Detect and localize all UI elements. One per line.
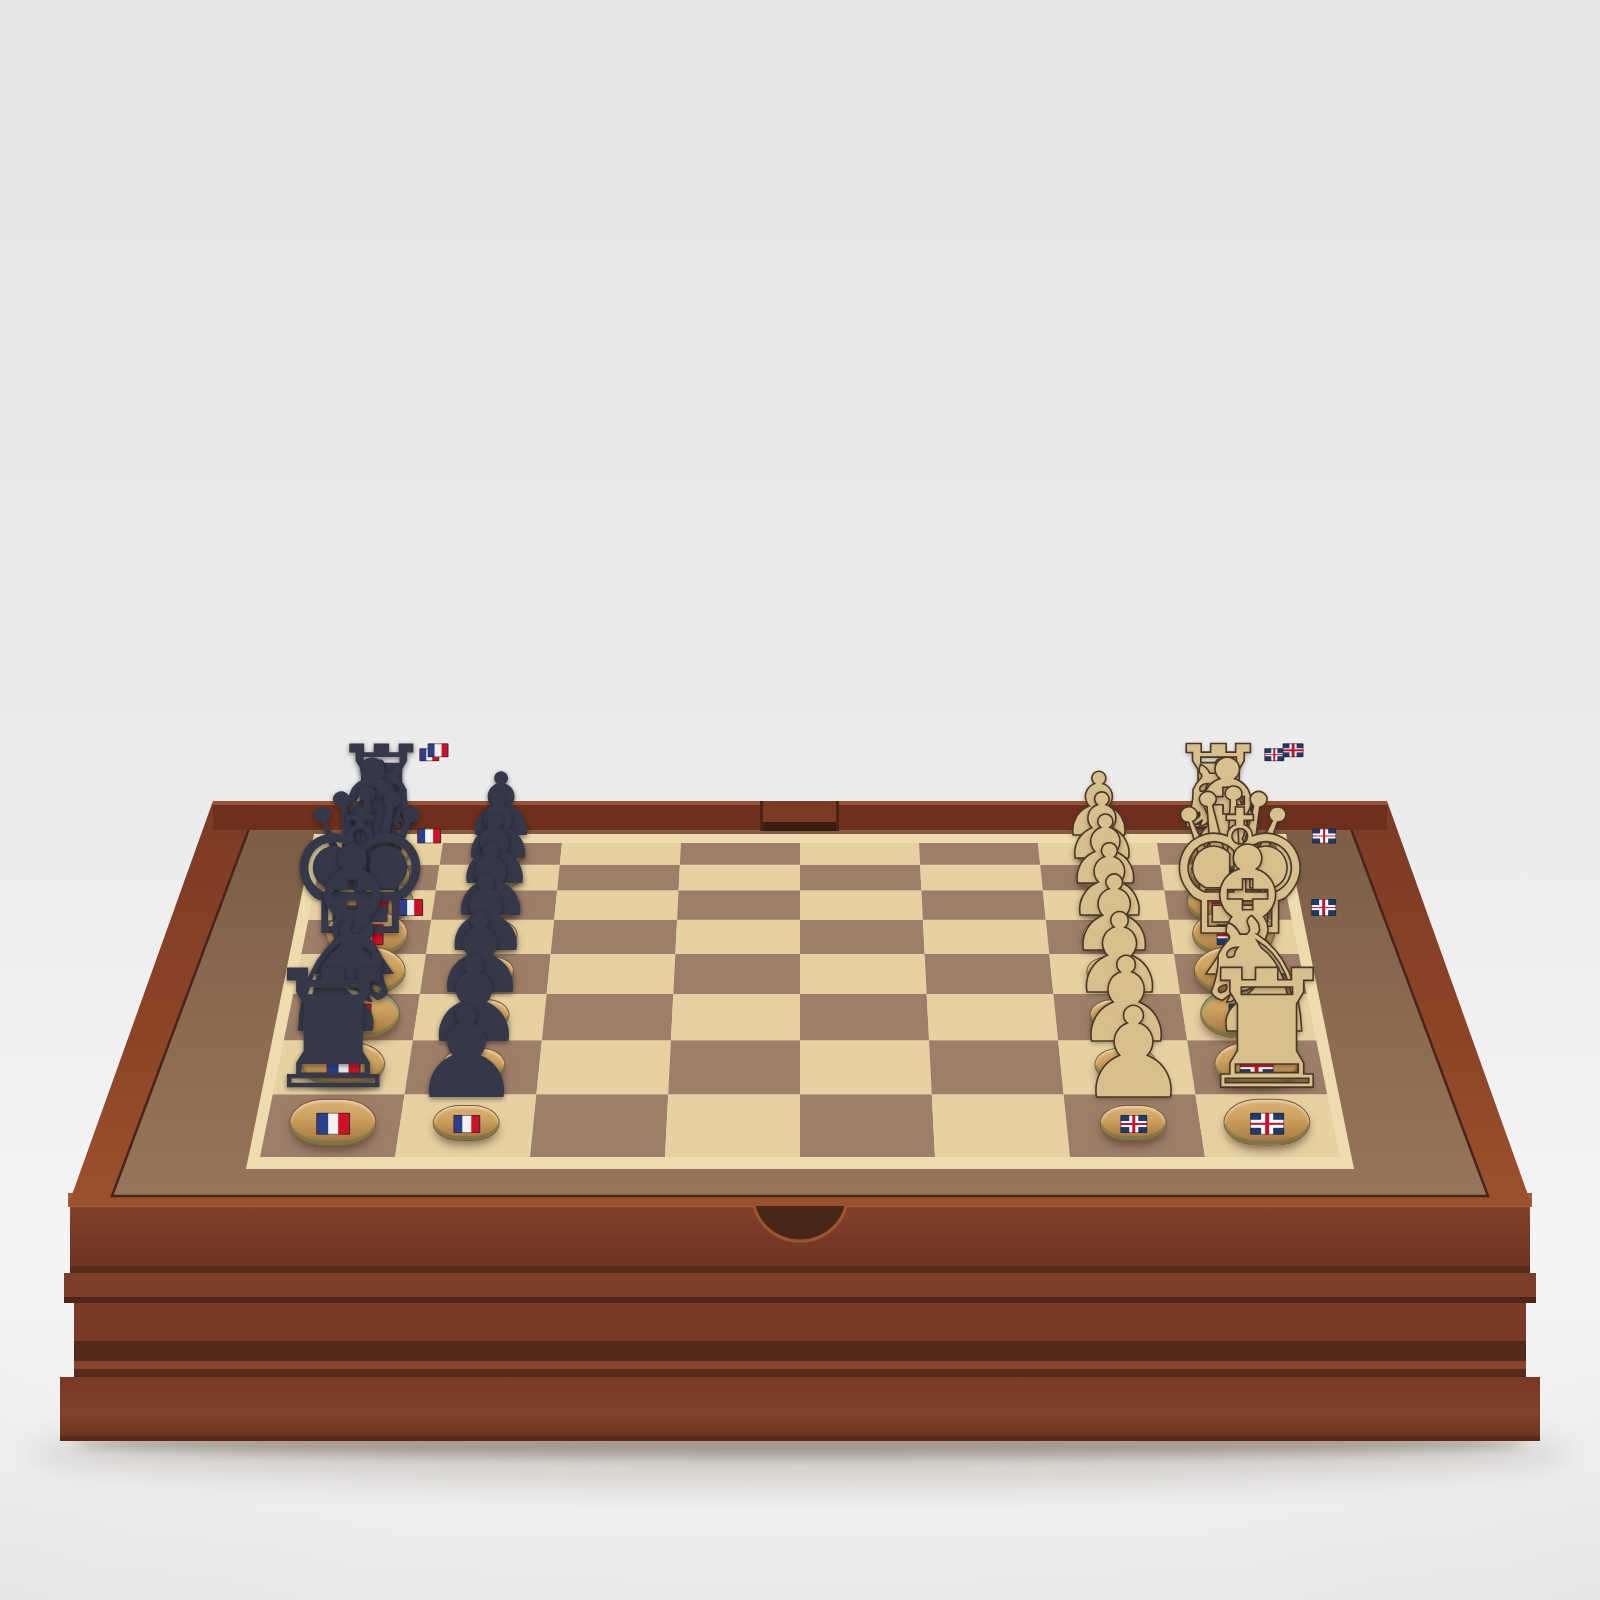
union-jack-barrel-cloth xyxy=(1120,1115,1147,1132)
chest-body-groove xyxy=(74,1341,1526,1361)
piece-white-pawn-h2[interactable]: ♟ xyxy=(1077,997,1190,1141)
square-f4[interactable] xyxy=(800,994,929,1040)
chest-body-upper-band xyxy=(74,1303,1526,1341)
square-e6[interactable] xyxy=(547,954,676,994)
back-rim-notch-edge-r xyxy=(836,801,839,831)
square-c6[interactable] xyxy=(554,890,678,920)
union-jack-barrel-cloth xyxy=(1250,1113,1284,1135)
square-h5[interactable] xyxy=(665,1094,800,1157)
tricolore-flag xyxy=(398,899,423,915)
chess-chest-board xyxy=(0,0,1600,1600)
square-b3[interactable] xyxy=(920,865,1043,890)
square-e5[interactable] xyxy=(673,954,800,994)
back-rim-notch-edge-l xyxy=(760,801,763,831)
square-a6[interactable] xyxy=(560,843,681,865)
tricolore-flag xyxy=(417,828,441,844)
piece-white-rook-h1[interactable]: ♜ xyxy=(1193,956,1340,1145)
chest-lid-lower-lip xyxy=(64,1273,1536,1297)
square-h6[interactable] xyxy=(530,1094,668,1157)
union-jack-flag xyxy=(1312,828,1336,844)
square-a4[interactable] xyxy=(800,843,920,865)
square-b5[interactable] xyxy=(679,865,800,890)
tricolore-barrel-flash xyxy=(453,1115,480,1132)
chest-body-seam xyxy=(74,1369,1526,1377)
square-f5[interactable] xyxy=(671,994,800,1040)
square-f6[interactable] xyxy=(542,994,673,1040)
square-c4[interactable] xyxy=(800,890,923,920)
square-g3[interactable] xyxy=(929,1040,1064,1094)
square-c5[interactable] xyxy=(677,890,800,920)
square-d6[interactable] xyxy=(551,920,677,954)
chest-base-molding xyxy=(60,1377,1540,1436)
square-g5[interactable] xyxy=(668,1040,800,1094)
square-g6[interactable] xyxy=(536,1040,671,1094)
square-a5[interactable] xyxy=(680,843,800,865)
square-h4[interactable] xyxy=(800,1094,935,1157)
chest-base-bottom-edge xyxy=(60,1436,1540,1441)
chest-lid-body-gap xyxy=(64,1297,1536,1303)
square-c3[interactable] xyxy=(921,890,1045,920)
tricolore-barrel-flash xyxy=(316,1113,350,1135)
square-g4[interactable] xyxy=(800,1040,932,1094)
chest-body-fillet xyxy=(74,1361,1526,1369)
chest-lid-seam xyxy=(70,1266,1530,1273)
square-b4[interactable] xyxy=(800,865,921,890)
square-d4[interactable] xyxy=(800,920,925,954)
square-d5[interactable] xyxy=(675,920,800,954)
square-a3[interactable] xyxy=(919,843,1040,865)
square-f3[interactable] xyxy=(927,994,1058,1040)
square-e4[interactable] xyxy=(800,954,927,994)
union-jack-flag xyxy=(1311,899,1336,915)
square-d3[interactable] xyxy=(923,920,1049,954)
square-h3[interactable] xyxy=(932,1094,1070,1157)
back-rim-notch-floor xyxy=(762,822,836,831)
studio-backdrop: ♜♟♟♜♞♟♟♞♝♟♟♝♛♟♟♛♚♟♟♚♝♟♟♝♞♟♟♞♜♟♟♜ xyxy=(0,0,1600,1600)
square-b6[interactable] xyxy=(557,865,680,890)
square-e3[interactable] xyxy=(925,954,1054,994)
piece-black-rook-h8[interactable]: ♜ xyxy=(259,956,406,1145)
piece-black-pawn-h7[interactable]: ♟ xyxy=(410,997,523,1141)
